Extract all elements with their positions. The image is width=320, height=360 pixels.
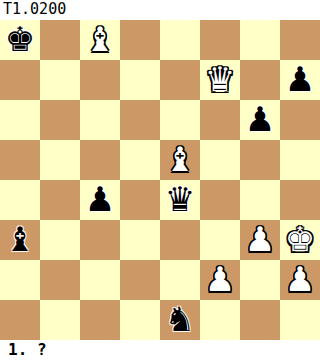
square-f7[interactable]: ♛ [200,60,240,100]
square-h3[interactable]: ♚ [280,220,320,260]
square-d6[interactable] [120,100,160,140]
square-f6[interactable] [200,100,240,140]
square-c7[interactable] [80,60,120,100]
black-pawn: ♟ [285,59,315,99]
black-king: ♚ [5,19,35,59]
square-e7[interactable] [160,60,200,100]
square-d2[interactable] [120,260,160,300]
square-g7[interactable] [240,60,280,100]
square-h2[interactable]: ♟ [280,260,320,300]
square-a4[interactable] [0,180,40,220]
black-pawn: ♟ [245,99,275,139]
square-c5[interactable] [80,140,120,180]
square-d5[interactable] [120,140,160,180]
square-g6[interactable]: ♟ [240,100,280,140]
white-pawn: ♟ [285,259,315,299]
square-e2[interactable] [160,260,200,300]
square-f3[interactable] [200,220,240,260]
square-f4[interactable] [200,180,240,220]
square-b5[interactable] [40,140,80,180]
square-a2[interactable] [0,260,40,300]
square-h6[interactable] [280,100,320,140]
chess-diagram: T1.0200 ♚♝♛♟♟♝♟♛♝♟♚♟♟♞ 1. ? [0,0,320,360]
black-pawn: ♟ [85,179,115,219]
square-d1[interactable] [120,300,160,340]
black-queen: ♛ [165,179,195,219]
white-queen: ♛ [205,59,235,99]
chess-board: ♚♝♛♟♟♝♟♛♝♟♚♟♟♞ [0,20,320,340]
square-b6[interactable] [40,100,80,140]
square-g3[interactable]: ♟ [240,220,280,260]
square-h8[interactable] [280,20,320,60]
square-e3[interactable] [160,220,200,260]
square-f8[interactable] [200,20,240,60]
square-d8[interactable] [120,20,160,60]
square-d3[interactable] [120,220,160,260]
square-c6[interactable] [80,100,120,140]
square-h5[interactable] [280,140,320,180]
square-a5[interactable] [0,140,40,180]
square-a6[interactable] [0,100,40,140]
square-e8[interactable] [160,20,200,60]
square-g2[interactable] [240,260,280,300]
square-a1[interactable] [0,300,40,340]
square-b2[interactable] [40,260,80,300]
square-h1[interactable] [280,300,320,340]
square-c8[interactable]: ♝ [80,20,120,60]
square-b7[interactable] [40,60,80,100]
square-e5[interactable]: ♝ [160,140,200,180]
square-c4[interactable]: ♟ [80,180,120,220]
square-f2[interactable]: ♟ [200,260,240,300]
puzzle-id-label: T1.0200 [0,0,320,20]
white-king: ♚ [285,219,315,259]
white-pawn: ♟ [245,219,275,259]
square-h4[interactable] [280,180,320,220]
square-c2[interactable] [80,260,120,300]
square-b1[interactable] [40,300,80,340]
square-c3[interactable] [80,220,120,260]
white-pawn: ♟ [205,259,235,299]
square-a7[interactable] [0,60,40,100]
black-knight: ♞ [165,299,195,339]
square-e1[interactable]: ♞ [160,300,200,340]
square-g4[interactable] [240,180,280,220]
black-bishop: ♝ [5,219,35,259]
square-c1[interactable] [80,300,120,340]
square-f5[interactable] [200,140,240,180]
square-h7[interactable]: ♟ [280,60,320,100]
square-a3[interactable]: ♝ [0,220,40,260]
square-g5[interactable] [240,140,280,180]
move-prompt: 1. ? [0,340,320,360]
square-e4[interactable]: ♛ [160,180,200,220]
square-b4[interactable] [40,180,80,220]
square-b3[interactable] [40,220,80,260]
square-g1[interactable] [240,300,280,340]
square-b8[interactable] [40,20,80,60]
square-g8[interactable] [240,20,280,60]
white-bishop: ♝ [85,19,115,59]
white-bishop: ♝ [165,139,195,179]
square-e6[interactable] [160,100,200,140]
square-d7[interactable] [120,60,160,100]
square-f1[interactable] [200,300,240,340]
square-a8[interactable]: ♚ [0,20,40,60]
square-d4[interactable] [120,180,160,220]
